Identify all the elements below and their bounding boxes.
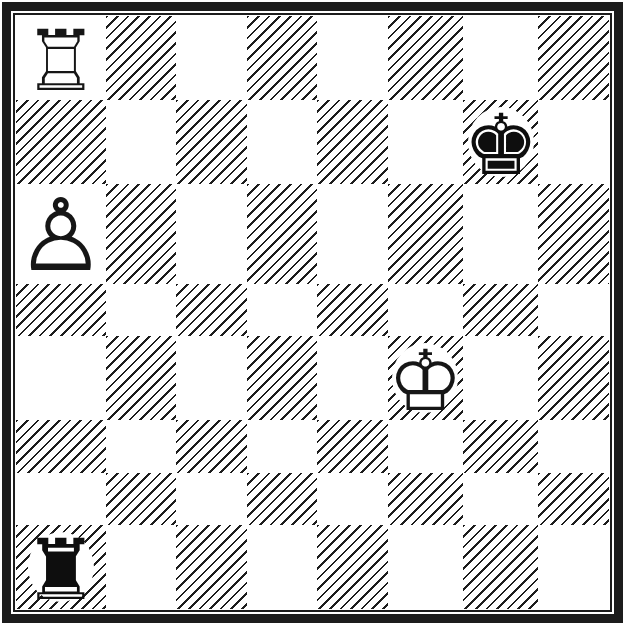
square-g1[interactable]: [463, 525, 538, 609]
square-c1[interactable]: [176, 525, 247, 609]
white-pawn[interactable]: ♙: [16, 186, 106, 286]
square-c2[interactable]: [176, 473, 247, 525]
square-g2[interactable]: [463, 473, 538, 525]
square-e8[interactable]: [317, 16, 388, 100]
square-c7[interactable]: [176, 100, 247, 184]
square-a3[interactable]: [16, 420, 106, 472]
square-h2[interactable]: [538, 473, 609, 525]
square-a8[interactable]: ♖: [16, 16, 106, 100]
chess-diagram: ♖♚♙♔♜: [0, 0, 625, 625]
square-h6[interactable]: [538, 184, 609, 284]
square-b1[interactable]: [106, 525, 177, 609]
square-h1[interactable]: [538, 525, 609, 609]
square-f3[interactable]: [388, 420, 463, 472]
square-g8[interactable]: [463, 16, 538, 100]
square-f8[interactable]: [388, 16, 463, 100]
square-e4[interactable]: [317, 336, 388, 420]
square-d1[interactable]: [247, 525, 318, 609]
square-g4[interactable]: [463, 336, 538, 420]
square-f2[interactable]: [388, 473, 463, 525]
square-c3[interactable]: [176, 420, 247, 472]
square-d4[interactable]: [247, 336, 318, 420]
square-d7[interactable]: [247, 100, 318, 184]
square-b3[interactable]: [106, 420, 177, 472]
white-rook[interactable]: ♖: [23, 19, 98, 103]
square-d2[interactable]: [247, 473, 318, 525]
square-h5[interactable]: [538, 284, 609, 336]
square-a5[interactable]: [16, 284, 106, 336]
square-a2[interactable]: [16, 473, 106, 525]
square-f4[interactable]: ♔: [388, 336, 463, 420]
square-c8[interactable]: [176, 16, 247, 100]
square-a6[interactable]: ♙: [16, 184, 106, 284]
square-b6[interactable]: [106, 184, 177, 284]
square-c4[interactable]: [176, 336, 247, 420]
black-king[interactable]: ♚: [463, 103, 538, 187]
square-d6[interactable]: [247, 184, 318, 284]
square-e7[interactable]: [317, 100, 388, 184]
square-a7[interactable]: [16, 100, 106, 184]
black-rook[interactable]: ♜: [23, 528, 98, 612]
square-g3[interactable]: [463, 420, 538, 472]
square-h3[interactable]: [538, 420, 609, 472]
square-h7[interactable]: [538, 100, 609, 184]
square-e2[interactable]: [317, 473, 388, 525]
square-b7[interactable]: [106, 100, 177, 184]
square-g7[interactable]: ♚: [463, 100, 538, 184]
square-d8[interactable]: [247, 16, 318, 100]
square-a4[interactable]: [16, 336, 106, 420]
square-c6[interactable]: [176, 184, 247, 284]
square-e6[interactable]: [317, 184, 388, 284]
square-h8[interactable]: [538, 16, 609, 100]
white-king[interactable]: ♔: [388, 339, 463, 423]
chess-board: ♖♚♙♔♜: [16, 16, 609, 609]
square-b8[interactable]: [106, 16, 177, 100]
square-e3[interactable]: [317, 420, 388, 472]
square-f1[interactable]: [388, 525, 463, 609]
square-d3[interactable]: [247, 420, 318, 472]
square-e5[interactable]: [317, 284, 388, 336]
square-c5[interactable]: [176, 284, 247, 336]
square-g5[interactable]: [463, 284, 538, 336]
square-b2[interactable]: [106, 473, 177, 525]
square-f7[interactable]: [388, 100, 463, 184]
square-b4[interactable]: [106, 336, 177, 420]
square-f5[interactable]: [388, 284, 463, 336]
square-a1[interactable]: ♜: [16, 525, 106, 609]
square-f6[interactable]: [388, 184, 463, 284]
square-e1[interactable]: [317, 525, 388, 609]
square-d5[interactable]: [247, 284, 318, 336]
square-g6[interactable]: [463, 184, 538, 284]
square-h4[interactable]: [538, 336, 609, 420]
square-b5[interactable]: [106, 284, 177, 336]
